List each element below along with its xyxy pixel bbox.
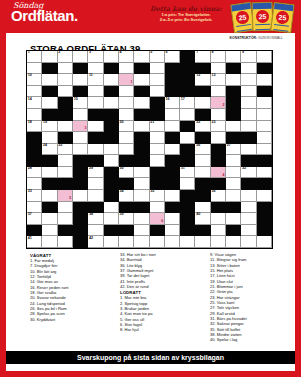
grid-cell[interactable]: [58, 63, 73, 75]
blocked-cell: [73, 236, 88, 248]
clue-number: 8: [211, 51, 213, 55]
blocked-cell: [257, 178, 272, 190]
grid-cell[interactable]: [211, 213, 226, 225]
grid-cell[interactable]: 29: [88, 167, 103, 179]
blocked-cell: [195, 178, 210, 190]
grid-cell[interactable]: [165, 213, 180, 225]
grid-cell[interactable]: [88, 178, 103, 190]
grid-cell[interactable]: 20: [119, 121, 134, 133]
grid-cell[interactable]: 26: [195, 144, 210, 156]
grid-cell[interactable]: [195, 155, 210, 167]
clue-number: 31: [181, 167, 185, 171]
grid-cell[interactable]: 38: [88, 213, 103, 225]
blocked-cell: [27, 144, 42, 156]
grid-cell[interactable]: [42, 213, 57, 225]
grid-cell[interactable]: [226, 74, 241, 86]
grid-cell[interactable]: [226, 155, 241, 167]
grid-cell[interactable]: 2: [58, 51, 73, 63]
grid-cell[interactable]: [134, 213, 149, 225]
blocked-cell: [58, 109, 73, 121]
blocked-cell: [257, 63, 272, 75]
grid-cell[interactable]: [134, 121, 149, 133]
grid-cell[interactable]: [150, 132, 165, 144]
grid-cell[interactable]: [73, 190, 88, 202]
clue-number: 23: [211, 121, 215, 125]
clue-number: 13: [211, 74, 215, 78]
grid-cell[interactable]: [27, 109, 42, 121]
ticket-number: 25: [235, 10, 250, 25]
ticket-band: [253, 3, 272, 10]
clue-column-1: VÅGRÄTT1. Får medalj7. Dragdjur förr10. …: [30, 253, 110, 323]
grid-cell[interactable]: [42, 74, 57, 86]
blocked-cell: [104, 132, 119, 144]
blocked-cell: [134, 109, 149, 121]
grid-cell[interactable]: 5: [150, 51, 165, 63]
grid-cell[interactable]: [73, 109, 88, 121]
blocked-cell: [180, 144, 195, 156]
blocked-cell: [195, 190, 210, 202]
grid-cell[interactable]: [241, 97, 256, 109]
grid-cell[interactable]: [88, 144, 103, 156]
blocked-cell: [73, 155, 88, 167]
grid-cell[interactable]: [165, 190, 180, 202]
clue-number: 42: [89, 237, 93, 241]
blocked-cell: [165, 178, 180, 190]
blocked-cell: [42, 155, 57, 167]
blocked-cell: [241, 132, 256, 144]
grid-cell[interactable]: 7: [195, 51, 210, 63]
clue-number: 11: [89, 74, 93, 78]
solution-cell[interactable]: 1: [119, 74, 134, 86]
clue-number: 5: [150, 51, 152, 55]
blocked-cell: [180, 74, 195, 86]
solution-cell-digit: 6: [161, 220, 163, 223]
blocked-cell: [226, 225, 241, 237]
solution-cell-digit: 3: [85, 127, 87, 130]
grid-cell[interactable]: [241, 144, 256, 156]
grid-cell[interactable]: [165, 109, 180, 121]
blocked-cell: [257, 225, 272, 237]
grid-cell[interactable]: 1: [27, 51, 42, 63]
grid-cell[interactable]: [226, 190, 241, 202]
clue-item: 42. Den är rund: [120, 285, 200, 290]
grid-cell[interactable]: [165, 236, 180, 248]
grid-cell[interactable]: [226, 178, 241, 190]
grid-cell[interactable]: [58, 155, 73, 167]
solution-cell[interactable]: 2: [211, 97, 226, 109]
grid-cell[interactable]: 40: [195, 213, 210, 225]
grid-cell[interactable]: [257, 74, 272, 86]
blocked-cell: [150, 109, 165, 121]
blocked-cell: [88, 109, 103, 121]
clue-number: 26: [196, 144, 200, 148]
grid-cell[interactable]: 19: [42, 121, 57, 133]
blocked-cell: [42, 178, 57, 190]
grid-cell[interactable]: 42: [88, 236, 103, 248]
blocked-cell: [42, 202, 57, 214]
grid-cell[interactable]: [165, 121, 180, 133]
blocked-cell: [73, 86, 88, 98]
grid-cell[interactable]: [42, 51, 57, 63]
blocked-cell: [104, 225, 119, 237]
grid-cell[interactable]: 21: [150, 121, 165, 133]
solution-cell[interactable]: 4: [211, 167, 226, 179]
solution-cell-digit: 1: [131, 81, 133, 84]
grid-cell[interactable]: [73, 144, 88, 156]
clue-number: 28: [28, 167, 32, 171]
grid-cell[interactable]: 32: [241, 167, 256, 179]
grid-cell[interactable]: [134, 190, 149, 202]
grid-cell[interactable]: 11: [88, 74, 103, 86]
blocked-cell: [195, 132, 210, 144]
blocked-cell: [58, 97, 73, 109]
grid-cell[interactable]: 23: [211, 121, 226, 133]
blocked-cell: [73, 63, 88, 75]
clue-column-2: 33. Har sitt bo i norr34. Barrträd36. Li…: [120, 253, 200, 334]
clue-number: 38: [89, 213, 93, 217]
clue-number: 12: [196, 74, 200, 78]
grid-cell[interactable]: [257, 97, 272, 109]
clue-number: 3: [89, 51, 91, 55]
blocked-cell: [165, 63, 180, 75]
grid-cell[interactable]: [257, 132, 272, 144]
grid-cell[interactable]: 31: [180, 167, 195, 179]
grid-cell[interactable]: [226, 213, 241, 225]
blocked-cell: [211, 155, 226, 167]
grid-cell[interactable]: [42, 167, 57, 179]
blocked-cell: [226, 202, 241, 214]
blocked-cell: [180, 213, 195, 225]
blocked-cell: [257, 155, 272, 167]
blocked-cell: [180, 51, 195, 63]
grid-cell[interactable]: 22: [195, 121, 210, 133]
blocked-cell: [104, 190, 119, 202]
ticket-decoration: [273, 24, 289, 32]
blocked-cell: [195, 225, 210, 237]
constructor-credit: KONSTRUKTÖR: GUN ROSWALL: [230, 36, 283, 40]
clue-number: 10: [28, 74, 32, 78]
grid-cell[interactable]: 12: [195, 74, 210, 86]
blocked-cell: [211, 202, 226, 214]
blocked-cell: [88, 132, 103, 144]
clue-number: 7: [196, 51, 198, 55]
clue-number: 4: [120, 51, 122, 55]
grid-cell[interactable]: [150, 155, 165, 167]
grid-cell[interactable]: [58, 121, 73, 133]
grid-cell[interactable]: [241, 190, 256, 202]
blocked-cell: [134, 202, 149, 214]
grid-cell[interactable]: [134, 74, 149, 86]
grid-cell[interactable]: 33: [27, 190, 42, 202]
blocked-cell: [257, 86, 272, 98]
grid-cell[interactable]: [257, 167, 272, 179]
grid-cell[interactable]: [226, 167, 241, 179]
grid-cell[interactable]: [119, 86, 134, 98]
grid-cell[interactable]: [257, 51, 272, 63]
grid-cell[interactable]: [211, 236, 226, 248]
grid-cell[interactable]: [257, 236, 272, 248]
blocked-cell: [150, 225, 165, 237]
grid-cell[interactable]: [150, 202, 165, 214]
blocked-cell: [42, 63, 57, 75]
grid-cell[interactable]: 18: [27, 121, 42, 133]
grid-cell[interactable]: 39: [119, 213, 134, 225]
grid-cell[interactable]: [257, 144, 272, 156]
blocked-cell: [195, 86, 210, 98]
solution-cell[interactable]: 5: [58, 190, 73, 202]
grid-cell[interactable]: [226, 121, 241, 133]
grid-cell[interactable]: 30: [119, 167, 134, 179]
solution-cell[interactable]: 3: [73, 121, 88, 133]
blocked-cell: [226, 132, 241, 144]
blocked-cell: [73, 178, 88, 190]
grid-cell[interactable]: [104, 144, 119, 156]
grid-cell[interactable]: 3: [88, 51, 103, 63]
grid-cell[interactable]: [241, 63, 256, 75]
solution-cell-digit: 4: [222, 174, 224, 177]
grid-cell[interactable]: [211, 109, 226, 121]
blocked-cell: [165, 74, 180, 86]
grid-cell[interactable]: [58, 202, 73, 214]
grid-cell[interactable]: [88, 97, 103, 109]
blocked-cell: [27, 225, 42, 237]
grid-cell[interactable]: [150, 74, 165, 86]
grid-cell[interactable]: [134, 97, 149, 109]
grid-cell[interactable]: [150, 63, 165, 75]
grid-cell[interactable]: 37: [27, 213, 42, 225]
blocked-cell: [180, 225, 195, 237]
clue-number: 2: [58, 51, 60, 55]
grid-cell[interactable]: [241, 225, 256, 237]
ticket-band: [274, 3, 294, 11]
grid-cell[interactable]: [42, 132, 57, 144]
grid-cell[interactable]: [195, 167, 210, 179]
grid-cell[interactable]: [104, 51, 119, 63]
blocked-cell: [42, 86, 57, 98]
grid-cell[interactable]: [150, 236, 165, 248]
grid-cell[interactable]: 8: [211, 51, 226, 63]
grid-cell[interactable]: [88, 86, 103, 98]
blocked-cell: [150, 97, 165, 109]
grid-cell[interactable]: [150, 144, 165, 156]
clue-number: 33: [28, 190, 32, 194]
blocked-cell: [58, 132, 73, 144]
grid-cell[interactable]: [257, 109, 272, 121]
clue-number: 37: [28, 213, 32, 217]
blocked-cell: [226, 63, 241, 75]
grid-cell[interactable]: [27, 86, 42, 98]
grid-cell[interactable]: 9: [241, 51, 256, 63]
clue-item: 8. Har hjul: [120, 328, 200, 333]
grid-cell[interactable]: 27: [226, 144, 241, 156]
grid-cell[interactable]: [73, 51, 88, 63]
blocked-cell: [165, 202, 180, 214]
grid-cell[interactable]: [104, 97, 119, 109]
grid-cell[interactable]: [180, 178, 195, 190]
grid-cell[interactable]: 4: [119, 51, 134, 63]
grid-cell[interactable]: 36: [211, 190, 226, 202]
grid-cell[interactable]: 28: [27, 167, 42, 179]
grid-cell[interactable]: 24: [42, 144, 57, 156]
grid-cell[interactable]: [180, 132, 195, 144]
clue-number: 22: [196, 121, 200, 125]
grid-cell[interactable]: [241, 236, 256, 248]
clue-number: 21: [150, 121, 154, 125]
grid-cell[interactable]: [42, 97, 57, 109]
clue-number: 36: [211, 190, 215, 194]
grid-cell[interactable]: [195, 97, 210, 109]
constructor-label: KONSTRUKTÖR:: [230, 36, 258, 40]
grid-cell[interactable]: [119, 109, 134, 121]
blocked-cell: [211, 144, 226, 156]
blocked-cell: [180, 190, 195, 202]
ticket-decoration: [255, 24, 270, 31]
grid-cell[interactable]: 34: [119, 190, 134, 202]
blocked-cell: [58, 178, 73, 190]
grid-cell[interactable]: [88, 225, 103, 237]
clue-number: 39: [120, 213, 124, 217]
grid-cell[interactable]: [226, 51, 241, 63]
grid-cell[interactable]: [241, 86, 256, 98]
grid-cell[interactable]: 13: [211, 74, 226, 86]
grid-cell[interactable]: [58, 167, 73, 179]
blocked-cell: [134, 132, 149, 144]
grid-cell[interactable]: [134, 225, 149, 237]
grid-cell[interactable]: [73, 74, 88, 86]
grid-cell[interactable]: [134, 178, 149, 190]
clue-number: 24: [43, 144, 47, 148]
grid-cell[interactable]: [195, 236, 210, 248]
grid-cell[interactable]: [134, 167, 149, 179]
blocked-cell: [104, 63, 119, 75]
grid-cell[interactable]: [58, 213, 73, 225]
grid-cell[interactable]: 10: [27, 74, 42, 86]
grid-cell[interactable]: [150, 86, 165, 98]
grid-cell[interactable]: [241, 121, 256, 133]
grid-cell[interactable]: 16: [165, 97, 180, 109]
grid-cell[interactable]: [134, 51, 149, 63]
blocked-cell: [58, 225, 73, 237]
grid-cell[interactable]: [58, 86, 73, 98]
grid-cell[interactable]: [58, 236, 73, 248]
ticket-number: 25: [275, 10, 289, 24]
blocked-cell: [165, 155, 180, 167]
blocked-cell: [104, 121, 119, 133]
grid-cell[interactable]: [58, 74, 73, 86]
grid-cell[interactable]: [104, 155, 119, 167]
crossword-grid: 1234567891011112131415161721819320212223…: [26, 50, 273, 249]
clue-number: 1: [28, 51, 30, 55]
grid-cell[interactable]: [88, 121, 103, 133]
grid-cell[interactable]: [42, 236, 57, 248]
blocked-cell: [165, 167, 180, 179]
ticket-number: 25: [256, 10, 269, 23]
grid-cell[interactable]: [211, 132, 226, 144]
grid-cell[interactable]: [241, 74, 256, 86]
grid-cell[interactable]: [165, 144, 180, 156]
puzzle-page: STORA ORDFLÄTAN 39 KONSTRUKTÖR: GUN ROSW…: [6, 33, 295, 371]
grid-cell[interactable]: [241, 213, 256, 225]
clue-number: 17: [181, 98, 185, 102]
blocked-cell: [165, 132, 180, 144]
grid-cell[interactable]: [42, 225, 57, 237]
clue-number: 25: [58, 144, 62, 148]
grid-cell[interactable]: [211, 225, 226, 237]
blocked-cell: [257, 202, 272, 214]
constructor-name: GUN ROSWALL: [258, 36, 283, 40]
clue-section: VÅGRÄTT1. Får medalj7. Dragdjur förr10. …: [30, 253, 282, 355]
grid-cell[interactable]: [180, 236, 195, 248]
solution-cell-digit: 5: [69, 197, 71, 200]
clue-number: 9: [242, 51, 244, 55]
grid-cell[interactable]: [119, 144, 134, 156]
solution-cell[interactable]: 6: [150, 213, 165, 225]
grid-cell[interactable]: [211, 86, 226, 98]
blocked-cell: [134, 144, 149, 156]
grid-cell[interactable]: [104, 236, 119, 248]
grid-cell[interactable]: [119, 236, 134, 248]
grid-cell[interactable]: [226, 236, 241, 248]
clue-number: 6: [166, 51, 168, 55]
prize-line-2: 2:a–5:e pris: En Sverigelott.: [140, 18, 232, 23]
grid-cell[interactable]: 17: [180, 97, 195, 109]
grid-cell[interactable]: [119, 132, 134, 144]
clue-number: 18: [28, 121, 32, 125]
grid-cell[interactable]: [88, 190, 103, 202]
blocked-cell: [119, 225, 134, 237]
grid-cell[interactable]: [119, 63, 134, 75]
blocked-cell: [104, 167, 119, 179]
clue-item: 40. Spelar i lag: [210, 338, 290, 343]
header-banner: Söndag Ordflätan. Detta kan du vinna: 1:…: [0, 0, 301, 33]
grid-cell[interactable]: [119, 97, 134, 109]
blocked-cell: [180, 202, 195, 214]
blocked-cell: [180, 63, 195, 75]
grid-cell[interactable]: [42, 190, 57, 202]
grid-cell[interactable]: [73, 132, 88, 144]
solution-cell-digit: 2: [222, 104, 224, 107]
grid-cell[interactable]: 15: [73, 97, 88, 109]
clue-number: 27: [227, 144, 231, 148]
grid-cell[interactable]: [104, 202, 119, 214]
blocked-cell: [226, 109, 241, 121]
blocked-cell: [134, 155, 149, 167]
grid-cell[interactable]: 25: [58, 144, 73, 156]
logo-title: Ordflätan.: [11, 7, 78, 24]
grid-cell[interactable]: [134, 236, 149, 248]
grid-cell[interactable]: 41: [27, 236, 42, 248]
grid-cell[interactable]: 6: [165, 51, 180, 63]
grid-cell[interactable]: [104, 213, 119, 225]
grid-cell[interactable]: [257, 121, 272, 133]
blocked-cell: [73, 167, 88, 179]
grid-cell[interactable]: [241, 109, 256, 121]
blocked-cell: [150, 167, 165, 179]
magazine-logo: Söndag Ordflätan.: [11, 2, 78, 24]
grid-cell[interactable]: [104, 74, 119, 86]
blocked-cell: [104, 178, 119, 190]
clue-number: 29: [89, 167, 93, 171]
clue-number: 35: [150, 190, 154, 194]
grid-cell[interactable]: [180, 109, 195, 121]
grid-cell[interactable]: 35: [150, 190, 165, 202]
grid-cell[interactable]: [241, 202, 256, 214]
grid-cell[interactable]: [165, 225, 180, 237]
grid-cell[interactable]: [257, 190, 272, 202]
blocked-cell: [241, 178, 256, 190]
blocked-cell: [27, 132, 42, 144]
grid-cell[interactable]: 14: [27, 97, 42, 109]
